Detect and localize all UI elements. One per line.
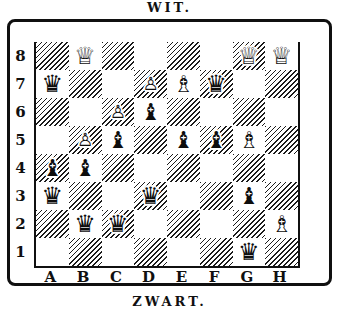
- square-a6: [36, 98, 69, 126]
- piece-white-queen-h8: ♛♕: [271, 44, 293, 68]
- square-f3: [200, 182, 233, 210]
- square-d8: [134, 42, 167, 70]
- piece-black-queen-f7: ♛: [205, 72, 227, 96]
- square-b8: ♛♕: [69, 42, 102, 70]
- piece-white-pawn-d7: ♟♙: [143, 75, 159, 93]
- rank-label-6: 6: [10, 98, 31, 126]
- square-d3: ♛: [134, 182, 167, 210]
- square-e8: [167, 42, 200, 70]
- square-d7: ♟♙: [134, 70, 167, 98]
- file-label-D: D: [132, 268, 165, 286]
- square-h6: [265, 98, 298, 126]
- piece-white-pawn-c6: ♟♙: [110, 103, 126, 121]
- rank-label-7: 7: [10, 70, 31, 98]
- square-c8: [102, 42, 135, 70]
- square-h2: ♝♗: [265, 210, 298, 238]
- chess-diagram-page: WIT. 87654321 ♛♕♛♕♛♕♛♟♙♝♗♛♟♙♝♟♙♝♝♝♝♗♝♝♛♛…: [0, 0, 339, 311]
- piece-white-queen-b8: ♛♕: [74, 44, 96, 68]
- square-a4: ♝: [36, 154, 69, 182]
- rank-label-3: 3: [10, 182, 31, 210]
- square-b5: ♟♙: [69, 126, 102, 154]
- square-a5: [36, 126, 69, 154]
- square-d4: [134, 154, 167, 182]
- file-label-H: H: [263, 268, 296, 286]
- rank-label-8: 8: [10, 42, 31, 70]
- square-c7: [102, 70, 135, 98]
- piece-black-bishop-b4: ♝: [75, 157, 96, 180]
- file-label-F: F: [198, 268, 231, 286]
- square-b4: ♝: [69, 154, 102, 182]
- square-a1: [36, 238, 69, 266]
- square-h4: [265, 154, 298, 182]
- square-c5: ♝: [102, 126, 135, 154]
- square-b7: [69, 70, 102, 98]
- square-a8: [36, 42, 69, 70]
- square-e1: [167, 238, 200, 266]
- file-label-A: A: [34, 268, 67, 286]
- square-h7: [265, 70, 298, 98]
- square-a3: ♛: [36, 182, 69, 210]
- square-g4: [233, 154, 266, 182]
- file-labels: ABCDEFGH: [34, 268, 296, 284]
- square-d2: [134, 210, 167, 238]
- white-side-label: WIT.: [0, 0, 339, 15]
- rank-labels: 87654321: [10, 42, 31, 266]
- rank-label-4: 4: [10, 154, 31, 182]
- square-h8: ♛♕: [265, 42, 298, 70]
- piece-white-bishop-g5: ♝♗: [239, 129, 260, 152]
- square-c2: ♛: [102, 210, 135, 238]
- square-f2: [200, 210, 233, 238]
- piece-black-queen-b2: ♛: [74, 212, 96, 236]
- square-e6: [167, 98, 200, 126]
- square-h5: [265, 126, 298, 154]
- square-f1: [200, 238, 233, 266]
- piece-black-queen-a7: ♛: [42, 72, 64, 96]
- square-e4: [167, 154, 200, 182]
- rank-label-2: 2: [10, 210, 31, 238]
- chess-board: ♛♕♛♕♛♕♛♟♙♝♗♛♟♙♝♟♙♝♝♝♝♗♝♝♛♛♝♛♛♝♗♛: [34, 42, 300, 268]
- square-g8: ♛♕: [233, 42, 266, 70]
- piece-black-bishop-d6: ♝: [140, 101, 161, 124]
- square-a7: ♛: [36, 70, 69, 98]
- square-c1: [102, 238, 135, 266]
- square-b6: [69, 98, 102, 126]
- file-label-B: B: [67, 268, 100, 286]
- piece-white-pawn-b5: ♟♙: [77, 131, 93, 149]
- rank-label-1: 1: [10, 238, 31, 266]
- piece-black-bishop-e5: ♝: [173, 129, 194, 152]
- square-c6: ♟♙: [102, 98, 135, 126]
- square-d1: [134, 238, 167, 266]
- file-label-G: G: [231, 268, 264, 286]
- square-b2: ♛: [69, 210, 102, 238]
- square-e7: ♝♗: [167, 70, 200, 98]
- square-e3: [167, 182, 200, 210]
- square-a2: [36, 210, 69, 238]
- square-f5: ♝: [200, 126, 233, 154]
- square-d5: [134, 126, 167, 154]
- piece-black-queen-c2: ♛: [107, 212, 129, 236]
- rank-label-5: 5: [10, 126, 31, 154]
- square-c4: [102, 154, 135, 182]
- square-g5: ♝♗: [233, 126, 266, 154]
- square-f7: ♛: [200, 70, 233, 98]
- piece-black-queen-d3: ♛: [140, 184, 162, 208]
- square-g3: ♝: [233, 182, 266, 210]
- square-c3: [102, 182, 135, 210]
- square-f8: [200, 42, 233, 70]
- square-f6: [200, 98, 233, 126]
- file-label-E: E: [165, 268, 198, 286]
- file-label-C: C: [100, 268, 133, 286]
- square-g1: ♛: [233, 238, 266, 266]
- piece-black-bishop-f5: ♝: [206, 129, 227, 152]
- square-e2: [167, 210, 200, 238]
- square-g6: [233, 98, 266, 126]
- piece-black-queen-a3: ♛: [42, 184, 64, 208]
- square-f4: [200, 154, 233, 182]
- black-side-label: ZWART.: [0, 294, 339, 309]
- piece-black-queen-g1: ♛: [238, 240, 260, 264]
- square-g2: [233, 210, 266, 238]
- piece-white-bishop-h2: ♝♗: [271, 213, 292, 236]
- square-d6: ♝: [134, 98, 167, 126]
- piece-white-bishop-e7: ♝♗: [173, 73, 194, 96]
- piece-white-queen-g8: ♛♕: [238, 44, 260, 68]
- square-h3: [265, 182, 298, 210]
- square-b1: [69, 238, 102, 266]
- piece-black-bishop-c5: ♝: [108, 129, 129, 152]
- square-g7: [233, 70, 266, 98]
- square-h1: [265, 238, 298, 266]
- piece-black-bishop-a4: ♝: [42, 157, 63, 180]
- square-e5: ♝: [167, 126, 200, 154]
- square-b3: [69, 182, 102, 210]
- piece-black-bishop-g3: ♝: [239, 185, 260, 208]
